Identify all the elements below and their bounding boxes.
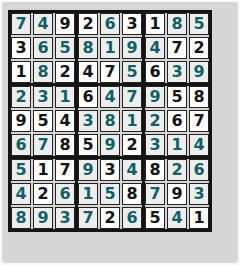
cell-r4c9[interactable]: 8 — [189, 86, 209, 108]
cell-r2c1[interactable]: 3 — [11, 37, 31, 59]
cell-r8c2[interactable]: 2 — [33, 183, 53, 205]
cell-r9c7[interactable]: 5 — [145, 207, 165, 229]
cell-r5c5[interactable]: 8 — [100, 110, 120, 132]
cell-r9c2[interactable]: 9 — [33, 207, 53, 229]
cell-r5c6[interactable]: 1 — [122, 110, 142, 132]
cell-r8c4[interactable]: 1 — [78, 183, 98, 205]
cell-r6c4[interactable]: 5 — [78, 134, 98, 156]
sudoku-page: 7493651822638194751854726392319546786473… — [0, 0, 240, 265]
cell-r7c2[interactable]: 1 — [33, 159, 53, 181]
cell-r5c8[interactable]: 6 — [167, 110, 187, 132]
cell-r8c8[interactable]: 9 — [167, 183, 187, 205]
cell-r3c2[interactable]: 8 — [33, 61, 53, 83]
cell-r2c2[interactable]: 6 — [33, 37, 53, 59]
box-2-1: 231954678 — [11, 86, 75, 156]
cell-r7c8[interactable]: 2 — [167, 159, 187, 181]
sudoku-board: 7493651822638194751854726392319546786473… — [8, 10, 212, 232]
cell-r4c1[interactable]: 2 — [11, 86, 31, 108]
box-2-2: 647381592 — [78, 86, 142, 156]
cell-r9c4[interactable]: 7 — [78, 207, 98, 229]
cell-r3c5[interactable]: 7 — [100, 61, 120, 83]
cell-r2c7[interactable]: 4 — [145, 37, 165, 59]
cell-r8c7[interactable]: 7 — [145, 183, 165, 205]
box-3-2: 934158726 — [78, 159, 142, 229]
cell-r7c1[interactable]: 5 — [11, 159, 31, 181]
cell-r1c9[interactable]: 5 — [189, 13, 209, 35]
cell-r7c4[interactable]: 9 — [78, 159, 98, 181]
cell-r8c9[interactable]: 3 — [189, 183, 209, 205]
cell-r2c8[interactable]: 7 — [167, 37, 187, 59]
cell-r1c5[interactable]: 6 — [100, 13, 120, 35]
cell-r2c3[interactable]: 5 — [55, 37, 75, 59]
cell-r6c2[interactable]: 7 — [33, 134, 53, 156]
cell-r7c9[interactable]: 6 — [189, 159, 209, 181]
cell-r5c4[interactable]: 3 — [78, 110, 98, 132]
cell-r9c8[interactable]: 4 — [167, 207, 187, 229]
cell-r4c4[interactable]: 6 — [78, 86, 98, 108]
cell-r6c6[interactable]: 2 — [122, 134, 142, 156]
box-2-3: 958267314 — [145, 86, 209, 156]
cell-r7c3[interactable]: 7 — [55, 159, 75, 181]
box-3-3: 826793541 — [145, 159, 209, 229]
cell-r8c6[interactable]: 8 — [122, 183, 142, 205]
cell-r8c1[interactable]: 4 — [11, 183, 31, 205]
cell-r9c1[interactable]: 8 — [11, 207, 31, 229]
cell-r4c3[interactable]: 1 — [55, 86, 75, 108]
cell-r1c8[interactable]: 8 — [167, 13, 187, 35]
cell-r1c1[interactable]: 7 — [11, 13, 31, 35]
cell-r5c1[interactable]: 9 — [11, 110, 31, 132]
box-1-2: 263819475 — [78, 13, 142, 83]
cell-r6c5[interactable]: 9 — [100, 134, 120, 156]
cell-r3c4[interactable]: 4 — [78, 61, 98, 83]
box-1-3: 185472639 — [145, 13, 209, 83]
cell-r4c5[interactable]: 4 — [100, 86, 120, 108]
cell-r8c3[interactable]: 6 — [55, 183, 75, 205]
cell-r1c7[interactable]: 1 — [145, 13, 165, 35]
cell-r2c9[interactable]: 2 — [189, 37, 209, 59]
cell-r6c7[interactable]: 3 — [145, 134, 165, 156]
cell-r1c4[interactable]: 2 — [78, 13, 98, 35]
cell-r9c9[interactable]: 1 — [189, 207, 209, 229]
cell-r3c1[interactable]: 1 — [11, 61, 31, 83]
cell-r3c9[interactable]: 9 — [189, 61, 209, 83]
cell-r3c7[interactable]: 6 — [145, 61, 165, 83]
cell-r5c2[interactable]: 5 — [33, 110, 53, 132]
cell-r3c6[interactable]: 5 — [122, 61, 142, 83]
cell-r6c1[interactable]: 6 — [11, 134, 31, 156]
cell-r8c5[interactable]: 5 — [100, 183, 120, 205]
cell-r3c8[interactable]: 3 — [167, 61, 187, 83]
cell-r1c6[interactable]: 3 — [122, 13, 142, 35]
cell-r4c6[interactable]: 7 — [122, 86, 142, 108]
cell-r7c6[interactable]: 4 — [122, 159, 142, 181]
cell-r5c7[interactable]: 2 — [145, 110, 165, 132]
cell-r6c3[interactable]: 8 — [55, 134, 75, 156]
cell-r6c9[interactable]: 4 — [189, 134, 209, 156]
cell-r2c5[interactable]: 1 — [100, 37, 120, 59]
cell-r7c7[interactable]: 8 — [145, 159, 165, 181]
cell-r4c7[interactable]: 9 — [145, 86, 165, 108]
cell-r3c3[interactable]: 2 — [55, 61, 75, 83]
cell-r1c3[interactable]: 9 — [55, 13, 75, 35]
cell-r2c4[interactable]: 8 — [78, 37, 98, 59]
cell-r6c8[interactable]: 1 — [167, 134, 187, 156]
cell-r9c3[interactable]: 3 — [55, 207, 75, 229]
box-1-1: 749365182 — [11, 13, 75, 83]
cell-r4c2[interactable]: 3 — [33, 86, 53, 108]
cell-r9c5[interactable]: 2 — [100, 207, 120, 229]
cell-r4c8[interactable]: 5 — [167, 86, 187, 108]
box-3-1: 517426893 — [11, 159, 75, 229]
cell-r7c5[interactable]: 3 — [100, 159, 120, 181]
cell-r9c6[interactable]: 6 — [122, 207, 142, 229]
cell-r1c2[interactable]: 4 — [33, 13, 53, 35]
cell-r5c3[interactable]: 4 — [55, 110, 75, 132]
cell-r5c9[interactable]: 7 — [189, 110, 209, 132]
cell-r2c6[interactable]: 9 — [122, 37, 142, 59]
